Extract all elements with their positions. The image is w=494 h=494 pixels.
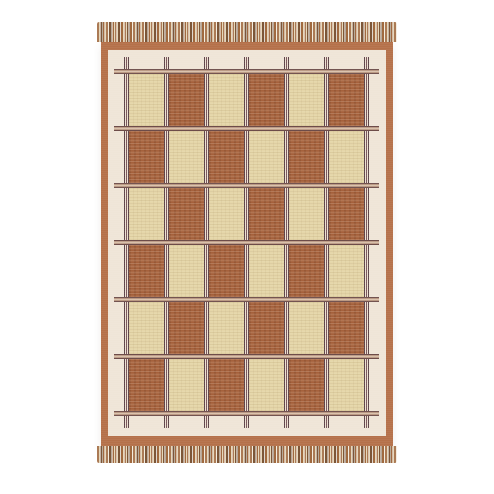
grid-horizontal-line-3 (114, 183, 379, 188)
product-photo (0, 0, 494, 494)
grid-horizontal-line-7 (114, 411, 379, 416)
grid-horizontal-line-5 (114, 297, 379, 302)
grid-horizontal-line-6 (114, 354, 379, 359)
grid-horizontal-line-4 (114, 240, 379, 245)
bottom-fringe (97, 446, 397, 463)
grid-lines (114, 57, 379, 428)
rug-field (108, 50, 386, 436)
rug (101, 22, 393, 463)
top-fringe (97, 22, 397, 42)
checkerboard (114, 57, 379, 428)
rug-border-frame (101, 42, 393, 446)
grid-horizontal-line-2 (114, 126, 379, 131)
grid-horizontal-line-1 (114, 69, 379, 74)
